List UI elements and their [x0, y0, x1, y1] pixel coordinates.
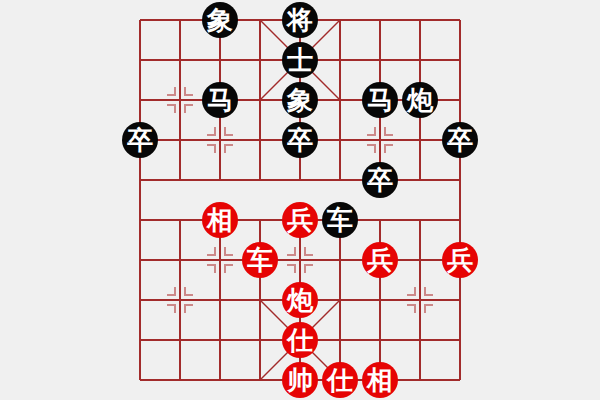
piece-black-soldier[interactable]: 卒: [362, 162, 398, 198]
piece-red-soldier[interactable]: 兵: [442, 242, 478, 278]
piece-black-horse[interactable]: 马: [362, 82, 398, 118]
piece-black-general[interactable]: 将: [282, 2, 318, 38]
piece-black-horse[interactable]: 马: [202, 82, 238, 118]
piece-red-chariot[interactable]: 车: [242, 242, 278, 278]
piece-red-cannon[interactable]: 炮: [282, 282, 318, 318]
piece-red-soldier[interactable]: 兵: [362, 242, 398, 278]
piece-black-soldier[interactable]: 卒: [122, 122, 158, 158]
piece-black-soldier[interactable]: 卒: [442, 122, 478, 158]
piece-red-advisor[interactable]: 仕: [282, 322, 318, 358]
xiangqi-board-screen: 象将士马象马炮卒卒卒卒相兵车车兵兵炮仕帅仕相: [0, 0, 600, 400]
piece-red-elephant[interactable]: 相: [202, 202, 238, 238]
piece-red-elephant[interactable]: 相: [362, 362, 398, 398]
piece-black-elephant[interactable]: 象: [282, 82, 318, 118]
piece-black-cannon[interactable]: 炮: [402, 82, 438, 118]
xiangqi-piece-layer: 象将士马象马炮卒卒卒卒相兵车车兵兵炮仕帅仕相: [120, 0, 480, 400]
piece-black-elephant[interactable]: 象: [202, 2, 238, 38]
piece-black-advisor[interactable]: 士: [282, 42, 318, 78]
piece-black-soldier[interactable]: 卒: [282, 122, 318, 158]
piece-black-chariot[interactable]: 车: [322, 202, 358, 238]
piece-red-soldier[interactable]: 兵: [282, 202, 318, 238]
piece-red-general[interactable]: 帅: [282, 362, 318, 398]
piece-red-advisor[interactable]: 仕: [322, 362, 358, 398]
